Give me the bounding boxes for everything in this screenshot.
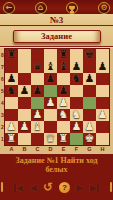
board-frame: 87654321 ♜♜♚♛♝♝♟♟♟♟♞♟♞♟♟♟♟♟♟♞♞♟♟♟♝♟♟♜♛♜♚… [0, 46, 113, 154]
square-g8[interactable]: ♚ [83, 49, 96, 61]
square-g5[interactable] [83, 85, 96, 97]
piece-white-rook: ♜ [5, 133, 18, 145]
square-c2[interactable]: ♝ [31, 121, 44, 133]
settings-button[interactable]: ⚙ [98, 2, 110, 14]
trophy-icon [69, 6, 75, 10]
last-move-button[interactable]: ▶ [90, 182, 99, 194]
task-banner-ribbon: Задание [13, 30, 101, 43]
piece-white-pawn: ♟ [18, 121, 31, 133]
file-label-e: E [57, 145, 70, 153]
piece-white-pawn: ♟ [96, 109, 109, 121]
square-h5[interactable] [96, 85, 109, 97]
square-a1[interactable]: ♜ [5, 133, 18, 145]
file-label-a: A [5, 145, 18, 153]
square-f6[interactable]: ♞ [70, 73, 83, 85]
piece-white-pawn: ♟ [44, 97, 57, 109]
piece-black-king: ♚ [83, 49, 96, 61]
rank-label-1: 1 [0, 133, 5, 145]
chess-board: ♜♜♚♛♝♝♟♟♟♟♞♟♞♟♟♟♟♟♟♞♞♟♟♟♝♟♟♜♛♜♚ [5, 49, 109, 145]
banner-zone: Задание [0, 26, 113, 46]
square-h1[interactable] [96, 133, 109, 145]
page-title: №3 [0, 14, 113, 26]
piece-black-knight: ♞ [70, 73, 83, 85]
refresh-icon: ↺ [43, 181, 53, 194]
square-d3[interactable] [44, 109, 57, 121]
piece-black-bishop: ♝ [57, 61, 70, 73]
rank-label-8: 8 [0, 49, 5, 61]
square-c7[interactable]: ♛ [31, 61, 44, 73]
square-b8[interactable] [18, 49, 31, 61]
first-move-button[interactable]: ◀ [14, 182, 23, 194]
chess-app-window: ← ⌂ ⚙ №3 Задание 87654321 ♜♜♚♛♝♝♟♟♟♟♞♟♞♟… [0, 0, 113, 200]
square-h3[interactable]: ♟ [96, 109, 109, 121]
square-b1[interactable] [18, 133, 31, 145]
trophy-button[interactable] [66, 2, 78, 14]
piece-white-rook: ♜ [57, 133, 70, 145]
square-e3[interactable]: ♞ [57, 109, 70, 121]
file-label-f: F [70, 145, 83, 153]
square-h6[interactable] [96, 73, 109, 85]
piece-black-queen: ♛ [31, 61, 44, 73]
last-move-icon [97, 184, 99, 192]
file-label-g: G [83, 145, 96, 153]
file-label-b: B [18, 145, 31, 153]
task-description: Задание №1 Найти ход белых [0, 154, 113, 175]
piece-black-pawn: ♟ [31, 85, 44, 97]
square-c5[interactable]: ♟ [31, 85, 44, 97]
square-e7[interactable]: ♝ [57, 61, 70, 73]
square-d6[interactable]: ♟ [44, 73, 57, 85]
square-a5[interactable]: ♞ [5, 85, 18, 97]
help-question-icon: ? [59, 182, 70, 193]
piece-white-bishop: ♝ [31, 121, 44, 133]
left-edge-bar [1, 182, 3, 192]
back-button[interactable]: ← [3, 2, 15, 14]
task-line-1: Задание №1 Найти ход [0, 156, 113, 165]
file-label-d: D [44, 145, 57, 153]
square-e1[interactable]: ♜ [57, 133, 70, 145]
square-a8[interactable]: ♜ [5, 49, 18, 61]
piece-black-pawn: ♟ [83, 73, 96, 85]
square-d1[interactable]: ♛ [44, 133, 57, 145]
square-g6[interactable]: ♟ [83, 73, 96, 85]
piece-black-pawn: ♟ [18, 85, 31, 97]
piece-white-queen: ♛ [44, 133, 57, 145]
next-move-button[interactable]: ▶ [76, 182, 84, 194]
file-labels: ABCDEFGH [5, 145, 109, 153]
rank-label-3: 3 [0, 109, 5, 121]
home-icon: ⌂ [38, 4, 44, 12]
piece-black-rook: ♜ [5, 49, 18, 61]
piece-black-pawn: ♟ [44, 73, 57, 85]
prev-move-icon: ◀ [29, 182, 37, 194]
square-b5[interactable]: ♟ [18, 85, 31, 97]
square-g1[interactable]: ♚ [83, 133, 96, 145]
square-c1[interactable] [31, 133, 44, 145]
next-move-icon: ▶ [76, 182, 84, 194]
square-f2[interactable]: ♟ [70, 121, 83, 133]
last-move-arrow-icon: ▶ [90, 182, 98, 194]
rank-labels: 87654321 [0, 49, 5, 145]
piece-white-knight: ♞ [57, 109, 70, 121]
rank-label-2: 2 [0, 121, 5, 133]
piece-black-knight: ♞ [5, 85, 18, 97]
square-b4[interactable] [18, 97, 31, 109]
square-h7[interactable]: ♟ [96, 61, 109, 73]
square-g4[interactable] [83, 97, 96, 109]
refresh-button[interactable]: ↺ [43, 181, 53, 194]
home-button[interactable]: ⌂ [35, 2, 47, 14]
rank-label-7: 7 [0, 61, 5, 73]
square-d4[interactable]: ♟ [44, 97, 57, 109]
square-b7[interactable] [18, 61, 31, 73]
piece-black-pawn: ♟ [96, 61, 109, 73]
rank-label-6: 6 [0, 73, 5, 85]
rank-label-5: 5 [0, 85, 5, 97]
prev-move-button[interactable]: ◀ [29, 182, 37, 194]
piece-white-king: ♚ [83, 133, 96, 145]
square-a4[interactable] [5, 97, 18, 109]
square-f5[interactable] [70, 85, 83, 97]
square-f1[interactable] [70, 133, 83, 145]
rank-label-4: 4 [0, 97, 5, 109]
square-b2[interactable]: ♟ [18, 121, 31, 133]
back-arrow-icon: ← [6, 4, 13, 12]
square-h2[interactable] [96, 121, 109, 133]
file-label-c: C [31, 145, 44, 153]
file-label-h: H [96, 145, 109, 153]
help-button[interactable]: ? [59, 182, 70, 193]
top-toolbar: ← ⌂ ⚙ [0, 0, 113, 14]
settings-gear-icon: ⚙ [100, 4, 107, 12]
first-move-arrow-icon: ◀ [16, 182, 24, 194]
task-line-2: белых [0, 165, 113, 174]
bottom-toolbar: ◀ ◀ ↺ ? ▶ ▶ [0, 175, 113, 200]
piece-white-pawn: ♟ [70, 121, 83, 133]
right-edge-bar [110, 182, 112, 192]
